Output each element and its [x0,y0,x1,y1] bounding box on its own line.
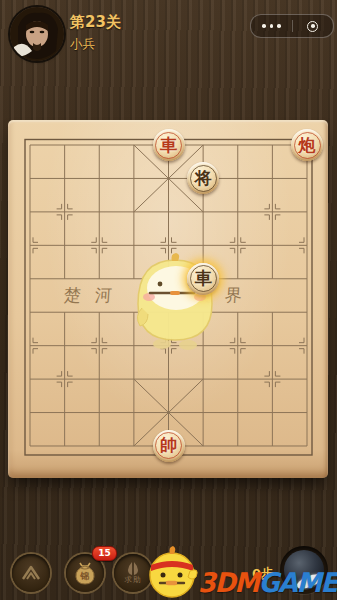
more-dots-icon [262,24,266,28]
target-circle-icon [307,21,318,32]
chevron-up-icon [19,561,43,585]
more-button[interactable] [251,15,292,37]
piece-red-車[interactable]: 車 [153,129,185,161]
close-minimize-button[interactable] [293,15,334,37]
watermark: 3DMGAME [146,543,337,598]
help-label: 求助 [125,575,142,585]
piece-red-帥[interactable]: 帥 [153,430,185,462]
praying-hands-icon [123,561,143,576]
collapse-menu-button[interactable] [12,554,50,592]
brocade-bag-icon: 锦 [72,560,98,586]
player-rank: 小兵 [70,36,95,53]
xiangqi-board[interactable]: 楚河 漢界 車炮将車帥 [8,120,328,478]
piece-red-炮[interactable]: 炮 [291,129,323,161]
watermark-3dm: 3DM [198,567,258,598]
svg-text:锦: 锦 [80,571,90,581]
river-text-left: 楚河 [63,284,127,307]
avatar-portrait [10,7,64,61]
hint-count-badge: 15 [92,546,117,561]
piece-black-車[interactable]: 車 [187,263,219,295]
player-avatar[interactable] [10,7,64,61]
watermark-chick-logo [146,543,198,598]
level-title: 第23关 [70,13,121,32]
miniprogram-capsule [250,14,334,38]
watermark-game: GAME [258,567,336,598]
